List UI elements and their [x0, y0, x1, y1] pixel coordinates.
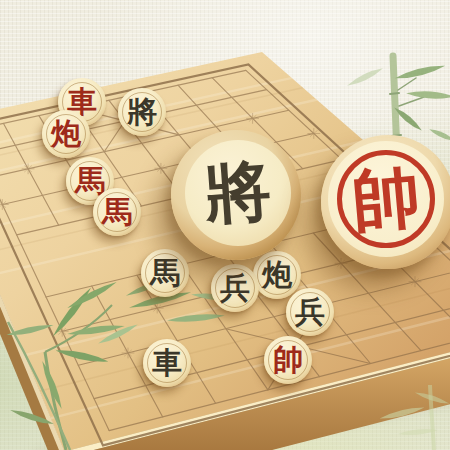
piece-black-馬[interactable]: 馬 [141, 249, 189, 297]
piece-face: 帥 [328, 141, 444, 257]
piece-character: 將 [118, 88, 166, 136]
giant-black-general: 將 [171, 130, 301, 260]
piece-black-兵[interactable]: 兵 [211, 264, 259, 312]
piece-red-馬[interactable]: 馬 [93, 188, 141, 236]
piece-character: 兵 [211, 264, 259, 312]
piece-black-將[interactable]: 將 [118, 88, 166, 136]
piece-character: 炮 [42, 110, 90, 158]
piece-black-車[interactable]: 車 [143, 339, 191, 387]
piece-black-兵[interactable]: 兵 [286, 288, 334, 336]
piece-character: 將 [181, 136, 294, 249]
piece-red-炮[interactable]: 炮 [42, 110, 90, 158]
piece-red-帥[interactable]: 帥 [264, 336, 312, 384]
piece-character: 帥 [323, 136, 449, 262]
giant-red-general: 帥 [321, 135, 450, 269]
xiangqi-promo-scene: 車將炮馬馬馬炮兵兵帥車將帥 [0, 0, 450, 450]
piece-character: 帥 [264, 336, 312, 384]
piece-character: 馬 [93, 188, 141, 236]
piece-character: 兵 [286, 288, 334, 336]
piece-character: 馬 [141, 249, 189, 297]
piece-character: 車 [143, 339, 191, 387]
piece-face: 將 [185, 140, 291, 246]
